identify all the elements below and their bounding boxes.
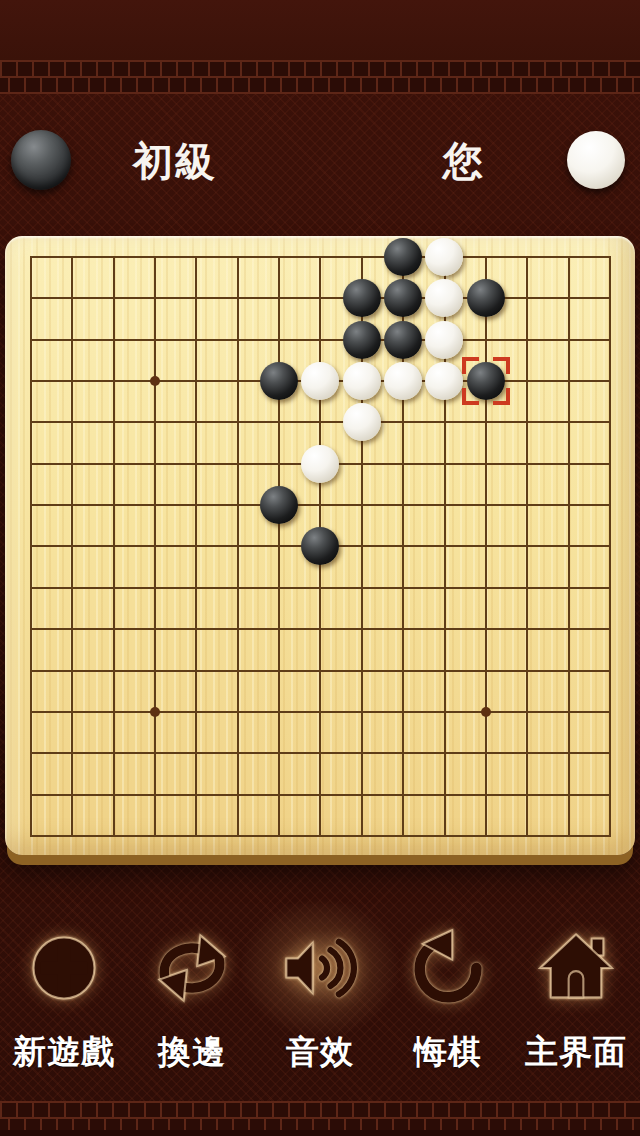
black-stone-glyph xyxy=(343,321,381,359)
star-point-dot xyxy=(150,707,160,717)
main-menu-button[interactable]: 主界面 xyxy=(512,912,640,1082)
star-point xyxy=(465,691,506,732)
sound-button[interactable]: 音效 xyxy=(256,912,384,1082)
white-stone xyxy=(424,278,465,319)
black-stone xyxy=(341,278,382,319)
white-stone-glyph xyxy=(384,362,422,400)
star-point-dot xyxy=(150,376,160,386)
gomoku-app: 初級 您 新遊戲 換邊 xyxy=(0,0,640,1136)
speaker-icon xyxy=(272,920,368,1016)
toolbar: 新遊戲 換邊 音效 xyxy=(0,912,640,1082)
white-stone-glyph xyxy=(301,445,339,483)
swap-arrows-icon xyxy=(144,920,240,1016)
white-stone-glyph xyxy=(425,362,463,400)
swap-side-button[interactable]: 換邊 xyxy=(128,912,256,1082)
white-stone xyxy=(341,402,382,443)
black-stone xyxy=(382,319,423,360)
black-stone-glyph xyxy=(384,321,422,359)
white-stone xyxy=(300,360,341,401)
black-stone-glyph xyxy=(467,279,505,317)
home-icon xyxy=(528,920,624,1016)
black-stone-glyph xyxy=(384,279,422,317)
plus-circle-icon xyxy=(16,920,112,1016)
undo-arrow-icon xyxy=(400,920,496,1016)
white-stone-glyph xyxy=(425,279,463,317)
white-stone xyxy=(424,236,465,277)
star-point xyxy=(134,691,175,732)
black-stone-glyph xyxy=(343,279,381,317)
new-game-button[interactable]: 新遊戲 xyxy=(0,912,128,1082)
star-point xyxy=(134,360,175,401)
white-stone xyxy=(424,360,465,401)
white-stone xyxy=(300,443,341,484)
white-stone-glyph xyxy=(425,321,463,359)
black-stone xyxy=(341,319,382,360)
bottom-strip xyxy=(0,1130,640,1136)
black-stone xyxy=(382,236,423,277)
new-game-label: 新遊戲 xyxy=(13,1030,115,1075)
last-move-marker-brackets xyxy=(462,357,510,405)
undo-label: 悔棋 xyxy=(414,1030,482,1075)
white-stone-glyph xyxy=(425,238,463,276)
star-point-dot xyxy=(481,707,491,717)
you-label: 您 xyxy=(369,138,559,184)
white-stone xyxy=(424,319,465,360)
opponent-level-label: 初級 xyxy=(80,138,270,184)
stones-grid xyxy=(10,236,630,856)
white-player-stone-icon xyxy=(567,131,625,189)
black-stone xyxy=(465,278,506,319)
black-stone xyxy=(382,278,423,319)
white-stone xyxy=(341,360,382,401)
black-stone-glyph xyxy=(301,527,339,565)
black-player-stone-icon xyxy=(11,130,71,190)
black-stone-glyph xyxy=(260,362,298,400)
swap-side-label: 換邊 xyxy=(158,1030,226,1075)
greek-key-border-top xyxy=(0,60,640,94)
white-stone-glyph xyxy=(343,403,381,441)
black-stone-glyph xyxy=(384,238,422,276)
white-stone-glyph xyxy=(301,362,339,400)
last-move-marker xyxy=(465,360,506,401)
main-menu-label: 主界面 xyxy=(525,1030,627,1075)
black-stone-glyph xyxy=(260,486,298,524)
top-strip xyxy=(0,0,640,60)
black-stone xyxy=(258,484,299,525)
white-stone-glyph xyxy=(343,362,381,400)
black-stone xyxy=(300,526,341,567)
black-stone xyxy=(258,360,299,401)
undo-button[interactable]: 悔棋 xyxy=(384,912,512,1082)
white-stone xyxy=(382,360,423,401)
